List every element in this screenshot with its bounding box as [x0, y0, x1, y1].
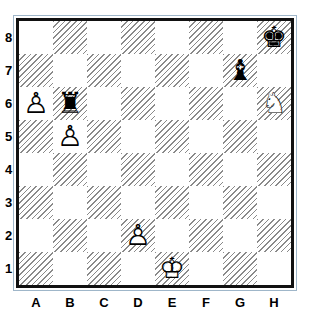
board-frame: ♚♝♟♙♜♞♘♟♙♟♙♚♔: [13, 15, 297, 291]
square-h5[interactable]: [257, 120, 291, 153]
square-d8[interactable]: [121, 21, 155, 54]
file-labels: ABCDEFGH: [19, 295, 291, 310]
file-label-a: A: [19, 295, 53, 310]
piece-black-bishop[interactable]: ♝: [223, 54, 257, 87]
square-b2[interactable]: [53, 219, 87, 252]
square-h2[interactable]: [257, 219, 291, 252]
square-b6[interactable]: ♜: [53, 87, 87, 120]
file-label-f: F: [189, 295, 223, 310]
square-a6[interactable]: ♟♙: [19, 87, 53, 120]
square-c4[interactable]: [87, 153, 121, 186]
piece-glyph: ♝: [227, 54, 253, 87]
square-f4[interactable]: [189, 153, 223, 186]
square-e2[interactable]: [155, 219, 189, 252]
square-e4[interactable]: [155, 153, 189, 186]
square-b1[interactable]: [53, 252, 87, 285]
chess-board: ♚♝♟♙♜♞♘♟♙♟♙♚♔: [16, 18, 294, 288]
file-label-b: B: [53, 295, 87, 310]
square-a2[interactable]: [19, 219, 53, 252]
square-f7[interactable]: [189, 54, 223, 87]
piece-black-king[interactable]: ♚: [257, 21, 291, 54]
square-g8[interactable]: [223, 21, 257, 54]
square-a4[interactable]: [19, 153, 53, 186]
square-c5[interactable]: [87, 120, 121, 153]
piece-white-knight[interactable]: ♞♘: [257, 87, 291, 120]
square-g1[interactable]: [223, 252, 257, 285]
square-b4[interactable]: [53, 153, 87, 186]
square-g5[interactable]: [223, 120, 257, 153]
square-b8[interactable]: [53, 21, 87, 54]
square-d7[interactable]: [121, 54, 155, 87]
square-g2[interactable]: [223, 219, 257, 252]
square-a5[interactable]: [19, 120, 53, 153]
piece-white-pawn[interactable]: ♟♙: [53, 120, 87, 153]
square-f5[interactable]: [189, 120, 223, 153]
square-c3[interactable]: [87, 186, 121, 219]
piece-glyph: ♜: [57, 87, 83, 120]
file-label-d: D: [121, 295, 155, 310]
square-d3[interactable]: [121, 186, 155, 219]
square-g3[interactable]: [223, 186, 257, 219]
file-label-e: E: [155, 295, 189, 310]
square-f8[interactable]: [189, 21, 223, 54]
square-a8[interactable]: [19, 21, 53, 54]
square-h8[interactable]: ♚: [257, 21, 291, 54]
square-a7[interactable]: [19, 54, 53, 87]
file-label-c: C: [87, 295, 121, 310]
piece-glyph: ♚: [261, 21, 287, 54]
square-b5[interactable]: ♟♙: [53, 120, 87, 153]
square-h3[interactable]: [257, 186, 291, 219]
square-a3[interactable]: [19, 186, 53, 219]
square-b7[interactable]: [53, 54, 87, 87]
square-d6[interactable]: [121, 87, 155, 120]
square-c7[interactable]: [87, 54, 121, 87]
piece-glyph: ♙: [125, 219, 151, 252]
square-e1[interactable]: ♚♔: [155, 252, 189, 285]
square-d4[interactable]: [121, 153, 155, 186]
file-label-g: G: [223, 295, 257, 310]
piece-white-king[interactable]: ♚♔: [155, 252, 189, 285]
square-e8[interactable]: [155, 21, 189, 54]
square-h1[interactable]: [257, 252, 291, 285]
square-f6[interactable]: [189, 87, 223, 120]
square-g6[interactable]: [223, 87, 257, 120]
square-e7[interactable]: [155, 54, 189, 87]
piece-glyph: ♔: [159, 252, 185, 285]
square-c2[interactable]: [87, 219, 121, 252]
square-f2[interactable]: [189, 219, 223, 252]
square-h4[interactable]: [257, 153, 291, 186]
piece-glyph: ♙: [57, 120, 83, 153]
square-f1[interactable]: [189, 252, 223, 285]
square-e5[interactable]: [155, 120, 189, 153]
chess-diagram: 87654321 ♚♝♟♙♜♞♘♟♙♟♙♚♔ ABCDEFGH: [0, 0, 314, 320]
piece-black-rook[interactable]: ♜: [53, 87, 87, 120]
square-e3[interactable]: [155, 186, 189, 219]
piece-glyph: ♙: [23, 87, 49, 120]
square-d2[interactable]: ♟♙: [121, 219, 155, 252]
square-h6[interactable]: ♞♘: [257, 87, 291, 120]
file-label-h: H: [257, 295, 291, 310]
square-b3[interactable]: [53, 186, 87, 219]
piece-white-pawn[interactable]: ♟♙: [121, 219, 155, 252]
square-h7[interactable]: [257, 54, 291, 87]
square-c6[interactable]: [87, 87, 121, 120]
piece-glyph: ♘: [261, 87, 287, 120]
piece-white-pawn[interactable]: ♟♙: [19, 87, 53, 120]
square-e6[interactable]: [155, 87, 189, 120]
square-f3[interactable]: [189, 186, 223, 219]
square-g7[interactable]: ♝: [223, 54, 257, 87]
square-d5[interactable]: [121, 120, 155, 153]
square-c8[interactable]: [87, 21, 121, 54]
square-d1[interactable]: [121, 252, 155, 285]
square-g4[interactable]: [223, 153, 257, 186]
square-a1[interactable]: [19, 252, 53, 285]
square-c1[interactable]: [87, 252, 121, 285]
